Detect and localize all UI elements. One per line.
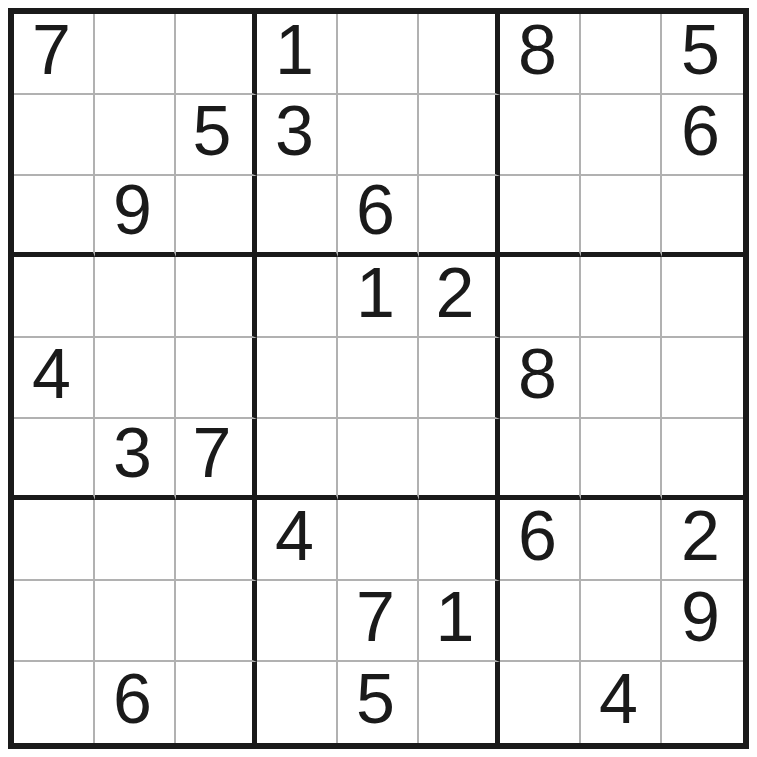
given-digit: 4 <box>275 501 314 571</box>
cell-r4c4[interactable] <box>257 257 338 338</box>
cell-r8c5: 7 <box>338 581 419 662</box>
given-digit: 8 <box>518 15 557 85</box>
given-digit: 6 <box>681 96 720 166</box>
cell-r3c5: 6 <box>338 176 419 257</box>
given-digit: 4 <box>32 339 71 409</box>
cell-r9c4[interactable] <box>257 662 338 743</box>
given-digit: 2 <box>436 258 475 328</box>
cell-r7c9: 2 <box>662 500 743 581</box>
cell-r2c4: 3 <box>257 95 338 176</box>
cell-r3c3[interactable] <box>176 176 257 257</box>
cell-r3c6[interactable] <box>419 176 500 257</box>
cell-r2c8[interactable] <box>581 95 662 176</box>
cell-r1c1: 7 <box>14 14 95 95</box>
given-digit: 5 <box>681 15 720 85</box>
cell-r9c8: 4 <box>581 662 662 743</box>
cell-r2c1[interactable] <box>14 95 95 176</box>
cell-r7c7: 6 <box>500 500 581 581</box>
cell-r8c4[interactable] <box>257 581 338 662</box>
cell-r3c7[interactable] <box>500 176 581 257</box>
cell-r4c8[interactable] <box>581 257 662 338</box>
given-digit: 7 <box>193 419 232 488</box>
given-digit: 6 <box>113 664 152 734</box>
cell-r1c3[interactable] <box>176 14 257 95</box>
cell-r3c9[interactable] <box>662 176 743 257</box>
cell-r6c9[interactable] <box>662 419 743 500</box>
cell-r3c8[interactable] <box>581 176 662 257</box>
given-digit: 7 <box>32 15 71 85</box>
given-digit: 1 <box>275 15 314 85</box>
cell-r2c7[interactable] <box>500 95 581 176</box>
cell-r1c6[interactable] <box>419 14 500 95</box>
cell-r7c5[interactable] <box>338 500 419 581</box>
given-digit: 6 <box>518 501 557 571</box>
cell-r9c5: 5 <box>338 662 419 743</box>
cell-r6c6[interactable] <box>419 419 500 500</box>
given-digit: 2 <box>681 501 720 571</box>
given-digit: 4 <box>599 664 638 734</box>
cell-r5c4[interactable] <box>257 338 338 419</box>
cell-r8c1[interactable] <box>14 581 95 662</box>
cell-r7c2[interactable] <box>95 500 176 581</box>
cell-r6c3: 7 <box>176 419 257 500</box>
cell-r1c9: 5 <box>662 14 743 95</box>
cell-r9c7[interactable] <box>500 662 581 743</box>
cell-r4c5: 1 <box>338 257 419 338</box>
given-digit: 1 <box>356 258 395 328</box>
cell-r4c1[interactable] <box>14 257 95 338</box>
cell-r4c3[interactable] <box>176 257 257 338</box>
cell-r8c2[interactable] <box>95 581 176 662</box>
cell-r5c2[interactable] <box>95 338 176 419</box>
cell-r5c1: 4 <box>14 338 95 419</box>
cell-r2c5[interactable] <box>338 95 419 176</box>
given-digit: 8 <box>518 339 557 409</box>
cell-r4c6: 2 <box>419 257 500 338</box>
cell-r2c9: 6 <box>662 95 743 176</box>
cell-r6c4[interactable] <box>257 419 338 500</box>
cell-r4c9[interactable] <box>662 257 743 338</box>
cell-r7c4: 4 <box>257 500 338 581</box>
cell-r1c5[interactable] <box>338 14 419 95</box>
cell-r2c3: 5 <box>176 95 257 176</box>
cell-r6c8[interactable] <box>581 419 662 500</box>
cell-r7c6[interactable] <box>419 500 500 581</box>
cell-r7c1[interactable] <box>14 500 95 581</box>
cell-r3c1[interactable] <box>14 176 95 257</box>
cell-r8c7[interactable] <box>500 581 581 662</box>
given-digit: 7 <box>356 582 395 652</box>
cell-r8c9: 9 <box>662 581 743 662</box>
cell-r3c4[interactable] <box>257 176 338 257</box>
cell-r6c1[interactable] <box>14 419 95 500</box>
sudoku-board: 718553696124837462719654 <box>8 8 749 749</box>
cell-r4c2[interactable] <box>95 257 176 338</box>
cell-r7c3[interactable] <box>176 500 257 581</box>
given-digit: 9 <box>681 582 720 652</box>
given-digit: 9 <box>113 176 152 245</box>
cell-r8c8[interactable] <box>581 581 662 662</box>
cell-r3c2: 9 <box>95 176 176 257</box>
given-digit: 1 <box>436 582 475 652</box>
cell-r9c1[interactable] <box>14 662 95 743</box>
cell-r9c3[interactable] <box>176 662 257 743</box>
cell-r1c4: 1 <box>257 14 338 95</box>
cell-r9c6[interactable] <box>419 662 500 743</box>
cell-r7c8[interactable] <box>581 500 662 581</box>
cell-r5c9[interactable] <box>662 338 743 419</box>
cell-r2c6[interactable] <box>419 95 500 176</box>
cell-r5c7: 8 <box>500 338 581 419</box>
given-digit: 5 <box>193 96 232 166</box>
cell-r2c2[interactable] <box>95 95 176 176</box>
given-digit: 6 <box>356 176 395 245</box>
cell-r6c2: 3 <box>95 419 176 500</box>
cell-r5c3[interactable] <box>176 338 257 419</box>
cell-r1c8[interactable] <box>581 14 662 95</box>
cell-r8c6: 1 <box>419 581 500 662</box>
page-background: 718553696124837462719654 <box>0 0 757 757</box>
cell-r5c6[interactable] <box>419 338 500 419</box>
cell-r8c3[interactable] <box>176 581 257 662</box>
cell-r9c9 <box>662 662 743 743</box>
cell-r6c7[interactable] <box>500 419 581 500</box>
given-digit: 3 <box>113 419 152 488</box>
cell-r5c5[interactable] <box>338 338 419 419</box>
given-digit: 3 <box>275 96 314 166</box>
cell-r4c7[interactable] <box>500 257 581 338</box>
cell-r1c7: 8 <box>500 14 581 95</box>
cell-r9c2: 6 <box>95 662 176 743</box>
given-digit: 5 <box>356 664 395 734</box>
cell-r1c2[interactable] <box>95 14 176 95</box>
cell-r5c8[interactable] <box>581 338 662 419</box>
cell-r6c5[interactable] <box>338 419 419 500</box>
